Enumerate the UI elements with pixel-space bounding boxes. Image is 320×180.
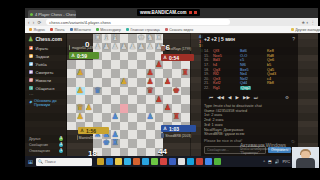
app-icon[interactable]	[115, 158, 122, 165]
square-r5c9[interactable]	[137, 69, 146, 78]
webcam-overlay	[292, 147, 319, 168]
square-r13c5[interactable]: ♚	[102, 139, 111, 148]
app-icon[interactable]	[124, 158, 131, 165]
square-r2c8[interactable]: ♟	[128, 43, 137, 52]
move-blue[interactable]: c5	[240, 58, 267, 62]
red-right-player-piece: ♜	[172, 113, 181, 122]
square-r2c5[interactable]: ♟	[102, 43, 111, 52]
square-r13c1	[67, 139, 76, 148]
square-r13c14	[181, 139, 190, 148]
square-r10c4[interactable]	[93, 113, 102, 122]
app-icon[interactable]	[178, 158, 185, 165]
square-r4c13[interactable]	[172, 60, 181, 69]
bookmark-favicon	[126, 28, 129, 31]
Задачи-icon: ◉	[29, 54, 33, 58]
square-r12c10[interactable]	[146, 130, 155, 139]
move-row: 21.Kxf2Qd4Rb8	[204, 81, 295, 86]
app-icon[interactable]	[160, 158, 167, 165]
browser-titlebar: 4 Player Chess - Chess.com www.BANDICAM.…	[25, 8, 318, 18]
square-r4c3[interactable]	[85, 60, 94, 69]
app-icon[interactable]	[142, 158, 149, 165]
bottom-player-clock: ♙ 1:03	[161, 125, 196, 132]
dead-gray-top-player-piece: ♟	[111, 43, 120, 52]
move-row: 16.Bd3c5Qe6	[204, 58, 295, 63]
square-r6c8[interactable]	[128, 78, 137, 87]
blue-bottom-player-piece: ♜	[111, 139, 120, 148]
Смотреть-icon: ▶	[29, 70, 33, 74]
move-blue[interactable]: Bxe5	[240, 68, 267, 72]
red-right-player-piece: ♟	[155, 95, 164, 104]
move-yellow[interactable]: Rb8	[267, 81, 294, 85]
square-r11c6[interactable]	[111, 122, 120, 131]
square-r10c13[interactable]: ♜	[172, 113, 181, 122]
url-text: chess.com/variants/4-player-chess	[49, 20, 111, 25]
move-red[interactable]: Rg1	[213, 86, 240, 90]
chat-log: Type /mute chat to deactivate chatGame #…	[204, 104, 295, 137]
square-r6c6[interactable]	[111, 78, 120, 87]
move-red[interactable]: Bd3	[213, 58, 240, 62]
move-row: 20.Qe3Nxf2c4	[204, 77, 295, 82]
square-r6c1[interactable]	[67, 78, 76, 87]
square-r5c3[interactable]	[85, 69, 94, 78]
move-row: 17.h4Nf6b5	[204, 63, 295, 68]
left-player-clock: ♙ 1:56	[78, 127, 109, 134]
move-nav-button[interactable]: ▶	[235, 95, 238, 100]
move-red[interactable]: Qe3	[213, 77, 240, 81]
square-r10c5[interactable]	[102, 113, 111, 122]
square-r5c11[interactable]	[155, 69, 164, 78]
browser-tab[interactable]: 4 Player Chess - Chess.com	[28, 10, 76, 18]
square-r6c7[interactable]: ♟	[120, 78, 129, 87]
bookmark-item[interactable]: Мессенджер	[96, 28, 121, 32]
move-blue[interactable]: O-O	[240, 54, 267, 58]
screen: 4 Player Chess - Chess.com www.BANDICAM.…	[0, 0, 320, 180]
square-r2c9[interactable]: ♟	[137, 43, 146, 52]
sidebar: ♟ Chess.com ♟Играть◉Задачи▣Учёба▶Смотрет…	[25, 33, 67, 157]
record-icon	[189, 11, 192, 14]
bottom-player-name[interactable]: ShvedBRB (2003)	[161, 133, 191, 138]
bookmark-item[interactable]: Почта	[50, 28, 64, 32]
square-r9c7[interactable]	[120, 104, 129, 113]
square-r7c13[interactable]: ♚	[172, 87, 181, 96]
chat-input[interactable]	[204, 146, 266, 154]
square-r5c6[interactable]	[111, 69, 120, 78]
red-right-player-piece: ♟	[163, 78, 172, 87]
bookmark-item[interactable]: Яндекс	[29, 28, 45, 32]
search-icon: 🔍	[38, 159, 43, 164]
sidebar-menu: ♟Играть◉Задачи▣Учёба▶Смотреть▤Новости◗Об…	[25, 44, 67, 92]
square-r8c11[interactable]: ♟	[155, 95, 164, 104]
square-r4c11[interactable]: ♟	[155, 60, 164, 69]
square-r11c9[interactable]	[137, 122, 146, 131]
Новости-icon: ▤	[29, 78, 33, 82]
taskbar-search[interactable]: 🔍 Поиск	[36, 158, 92, 166]
chesscom-logo[interactable]: ♟ Chess.com	[25, 34, 67, 44]
bookmarks-bar: ЯндексПочтаВКонтактеМессенджерГлавная ст…	[25, 26, 320, 33]
sidebar-item-задачи[interactable]: ◉Задачи	[25, 52, 67, 60]
move-yellow[interactable]: Qe6	[267, 58, 294, 62]
start-button[interactable]: ⊞	[28, 158, 33, 165]
move-row: 14.Qf3Bd6Ke8	[204, 49, 295, 54]
square-r3c8[interactable]	[128, 52, 137, 61]
square-r7c10[interactable]: ♛	[146, 87, 155, 96]
square-r1c13	[172, 34, 181, 43]
square-r10c8[interactable]	[128, 113, 137, 122]
square-r9c11[interactable]	[155, 104, 164, 113]
streamer-body	[296, 158, 315, 168]
square-r8c9[interactable]	[137, 95, 146, 104]
red-right-player-piece: ♚	[172, 87, 181, 96]
send-button[interactable]: Отправить	[268, 147, 291, 153]
app-icon[interactable]	[205, 158, 212, 165]
square-r4c8[interactable]	[128, 60, 137, 69]
square-r11c7[interactable]	[120, 122, 129, 131]
move-nav-button[interactable]: ⏮	[209, 95, 213, 100]
blue-bottom-player-piece: ♟	[111, 113, 120, 122]
square-r9c1[interactable]	[67, 104, 76, 113]
tab-favicon	[30, 13, 33, 16]
yellow-left-player-piece: ♟	[76, 87, 85, 96]
square-r7c11[interactable]	[155, 87, 164, 96]
square-r6c11[interactable]	[155, 78, 164, 87]
browser-nav-icons[interactable]: ‹ › ⟳	[28, 20, 42, 25]
square-r12c1	[67, 130, 76, 139]
gear-icon[interactable]: ⚙	[285, 95, 289, 100]
square-r4c6[interactable]	[111, 60, 120, 69]
page-content: ♟ Chess.com ♟Играть◉Задачи▣Учёба▶Смотрет…	[25, 33, 318, 156]
yellow-left-player-piece: ♟	[76, 113, 85, 122]
red-right-player-piece: ♜	[181, 69, 190, 78]
record-icon	[194, 11, 197, 14]
square-r10c1[interactable]	[67, 113, 76, 122]
move-number: 16.	[204, 58, 213, 62]
square-r4c12[interactable]	[163, 60, 172, 69]
badge: 5	[59, 137, 63, 141]
move-number: 21.	[204, 81, 213, 85]
move-red[interactable]: Qf3	[213, 49, 240, 53]
square-r9c14[interactable]	[181, 104, 190, 113]
blue-bottom-player-piece: ♟	[146, 113, 155, 122]
square-r9c8[interactable]	[128, 104, 137, 113]
square-r7c12[interactable]	[163, 87, 172, 96]
square-r5c1[interactable]	[67, 69, 76, 78]
app-icon[interactable]	[187, 158, 194, 165]
bandicam-watermark: www.BANDICAM.com	[137, 9, 200, 16]
dead-gray-top-player-piece: ♟	[120, 43, 129, 52]
square-r9c4[interactable]	[93, 104, 102, 113]
square-r2c6[interactable]: ♟	[111, 43, 120, 52]
dead-gray-top-player-piece: ♟	[102, 43, 111, 52]
diamond-icon: ◆	[29, 99, 32, 104]
app-icon[interactable]	[169, 158, 176, 165]
move-number: 20.	[204, 77, 213, 81]
taskbar: ⊞ 🔍 Поиск ^⬒🔊РУС	[25, 156, 318, 167]
sidebar-footer-оповещения[interactable]: Оповещения1	[25, 148, 67, 154]
square-r10c3[interactable]	[85, 113, 94, 122]
time-control-label: +2 +2 | 5 мин	[204, 36, 235, 42]
yellow-left-player-piece: ♟	[76, 69, 85, 78]
clock-pawn-icon: ♙	[163, 55, 167, 60]
square-r4c5[interactable]	[102, 60, 111, 69]
square-r9c5[interactable]	[102, 104, 111, 113]
move-red[interactable]: Rf2	[213, 72, 240, 76]
browser-window: 4 Player Chess - Chess.com www.BANDICAM.…	[25, 8, 318, 156]
square-r3c7[interactable]	[120, 52, 129, 61]
move-blue[interactable]: Nxf2	[240, 77, 267, 81]
tray-icon[interactable]: 🔊	[275, 159, 280, 164]
right-player-clock: ♙ 0:54	[161, 54, 194, 61]
blue-bottom-player-piece: ♛	[93, 87, 102, 96]
bookmark-favicon	[29, 28, 32, 31]
square-r3c9[interactable]	[137, 52, 146, 61]
addressbar-icons[interactable]: ★ ◐ ⋮	[301, 20, 315, 25]
square-r1c14	[181, 34, 190, 43]
avatar	[69, 45, 70, 50]
Общаться-icon: ◗	[29, 86, 33, 90]
square-r8c1[interactable]	[67, 95, 76, 104]
url-field[interactable]: chess.com/variants/4-player-chess	[46, 19, 230, 25]
app-icon[interactable]	[196, 158, 203, 165]
system-tray: ^⬒🔊РУС	[263, 159, 290, 164]
square-r10c11[interactable]	[155, 113, 164, 122]
move-blue[interactable]: Bd6	[240, 49, 267, 53]
square-r3c6[interactable]	[111, 52, 120, 61]
Играть-icon: ♟	[29, 46, 33, 50]
square-r7c9[interactable]	[137, 87, 146, 96]
right-player-score: 36	[161, 36, 170, 54]
square-r10c2[interactable]: ♟	[76, 113, 85, 122]
move-red[interactable]: Qg3	[213, 68, 240, 72]
square-r11c8[interactable]	[128, 122, 137, 131]
move-yellow[interactable]: Qd5	[267, 68, 294, 72]
square-r3c10[interactable]	[146, 52, 155, 61]
move-red[interactable]: Kxf2	[213, 81, 240, 85]
move-number: 17.	[204, 63, 213, 67]
red-right-player-piece: ♛	[146, 87, 155, 96]
Учёба-icon: ▣	[29, 62, 33, 66]
square-r8c8[interactable]	[128, 95, 137, 104]
move-row: 18.Qg3Bxe5Qd5	[204, 67, 295, 72]
square-r7c7[interactable]	[120, 87, 129, 96]
bookmark-item[interactable]: ВКонтакте	[70, 28, 91, 32]
square-r4c7[interactable]	[120, 60, 129, 69]
square-r10c12[interactable]	[163, 113, 172, 122]
square-r9c9[interactable]	[137, 104, 146, 113]
move-nav: ⏮◀◀◀▶▶▶⏭⚙	[209, 95, 289, 100]
sidebar-item-новости[interactable]: ▤Новости	[25, 76, 67, 84]
chat-notice: Please be nice in chat! ⓘ	[204, 139, 295, 144]
move-nav-button[interactable]: ▶▶	[243, 95, 250, 100]
square-r13c10[interactable]	[146, 139, 155, 148]
sidebar-footer: Друзья5Сообщения2Оповещения1	[25, 136, 67, 154]
square-r3c5[interactable]	[102, 52, 111, 61]
square-r11c10[interactable]	[146, 122, 155, 131]
app-icon[interactable]	[106, 158, 113, 165]
dead-gray-top-player-piece: ♟	[146, 43, 155, 52]
clock-pawn-icon: ♙	[163, 126, 167, 131]
move-nav-button[interactable]: ◀	[228, 95, 231, 100]
move-row: 19.Rf2Ne4Qxd3	[204, 72, 295, 77]
move-number: 22.	[204, 86, 213, 90]
move-number: 14.	[204, 49, 213, 53]
square-r7c5[interactable]	[102, 87, 111, 96]
tray-icon[interactable]: РУС	[282, 160, 290, 164]
move-blue[interactable]: Qxg2	[240, 86, 251, 90]
move-number: 19.	[204, 72, 213, 76]
square-r6c3[interactable]	[85, 78, 94, 87]
square-r8c10[interactable]	[146, 95, 155, 104]
dead-gray-top-player-piece: ♟	[137, 43, 146, 52]
move-red[interactable]: h4	[213, 63, 240, 67]
move-yellow[interactable]: Qxd3	[267, 72, 294, 76]
sidebar-item-общаться[interactable]: ◗Общаться	[25, 84, 67, 92]
right-player-name[interactable]: NicolRayn (1799)	[161, 46, 191, 51]
chat-line: ShvedBRB: удачи всем	[204, 132, 295, 137]
square-r9c12[interactable]: ♟	[163, 104, 172, 113]
square-r7c1[interactable]	[67, 87, 76, 96]
red-right-player-piece: ♟	[155, 60, 164, 69]
avatar	[161, 46, 165, 51]
chat-input-row: Отправить	[204, 146, 295, 154]
info-icon[interactable]: ⓘ	[291, 139, 295, 144]
square-r5c14[interactable]: ♜	[181, 69, 190, 78]
dead-gray-top-player-piece: ♟	[128, 43, 137, 52]
square-r4c4[interactable]	[93, 60, 102, 69]
square-r13c2	[76, 139, 85, 148]
bookmark-item[interactable]: Главная страница	[126, 28, 160, 32]
square-r13c8[interactable]	[128, 139, 137, 148]
square-r10c7[interactable]	[120, 113, 129, 122]
move-yellow[interactable]: Rd8	[267, 54, 294, 58]
move-list: 14.Qf3Bd6Ke815.Nxe5O-ORd816.Bd3c5Qe617.h…	[204, 49, 295, 90]
move-red[interactable]: Nxe5	[213, 54, 240, 58]
folder-icon	[291, 28, 294, 31]
top-player-name[interactable]: magpie64 (1488)	[69, 45, 96, 50]
square-r10c10[interactable]: ♟	[146, 113, 155, 122]
square-r12c8[interactable]	[128, 130, 137, 139]
move-nav-button[interactable]: ⏭	[254, 95, 258, 100]
square-r10c9[interactable]	[137, 113, 146, 122]
address-bar: ‹ › ⟳ chess.com/variants/4-player-chess …	[25, 18, 318, 26]
square-r7c14[interactable]	[181, 87, 190, 96]
bookmark-item[interactable]: Скачать видео	[165, 28, 193, 32]
move-blue[interactable]: Nf6	[240, 63, 267, 67]
square-r13c9[interactable]	[137, 139, 146, 148]
square-r10c6[interactable]: ♟	[111, 113, 120, 122]
square-r12c9[interactable]	[137, 130, 146, 139]
bookmark-favicon	[50, 28, 53, 31]
badge: 2	[59, 143, 63, 147]
square-r8c13[interactable]	[172, 95, 181, 104]
help-icon[interactable]: ?	[292, 36, 295, 42]
move-row: 15.Nxe5O-ORd8	[204, 54, 295, 59]
left-player-name[interactable]: Maestro55 (1742)	[77, 135, 104, 140]
square-r2c10[interactable]: ♟	[146, 43, 155, 52]
sidebar-item-смотреть[interactable]: ▶Смотреть	[25, 68, 67, 76]
avatar	[161, 133, 164, 138]
square-r8c5[interactable]	[102, 95, 111, 104]
square-r5c5[interactable]	[102, 69, 111, 78]
badge: 1	[59, 149, 63, 153]
tray-icon[interactable]: ^	[263, 160, 265, 164]
move-yellow[interactable]: c4	[267, 77, 294, 81]
clock-pawn-icon: ♙	[71, 53, 75, 58]
square-r6c12[interactable]: ♟	[163, 78, 172, 87]
square-r13c6[interactable]: ♜	[111, 139, 120, 148]
move-nav-button[interactable]: ◀◀	[217, 95, 224, 100]
square-r8c14[interactable]	[181, 95, 190, 104]
bandicam-text: www.BANDICAM.com	[140, 10, 187, 15]
yellow-left-player-piece: ♟	[85, 104, 94, 113]
square-r7c4[interactable]: ♛	[93, 87, 102, 96]
upgrade-label: Обновить до Премиум	[34, 99, 63, 107]
square-r11c1[interactable]	[67, 122, 76, 131]
pawn-logo-icon: ♟	[28, 36, 33, 42]
top-player-clock: ♙ 0:59	[69, 52, 99, 59]
square-r13c7[interactable]	[120, 139, 129, 148]
square-r5c4[interactable]	[93, 69, 102, 78]
yellow-left-player-piece: ♟	[120, 78, 129, 87]
app-icon[interactable]	[151, 158, 158, 165]
move-blue[interactable]: Qd4	[240, 81, 267, 85]
square-r2c7[interactable]: ♟	[120, 43, 129, 52]
app-icon[interactable]	[214, 158, 221, 165]
square-r5c8[interactable]	[128, 69, 137, 78]
square-r7c6[interactable]	[111, 87, 120, 96]
square-r8c4[interactable]	[93, 95, 102, 104]
square-r7c3[interactable]	[85, 87, 94, 96]
tray-icon[interactable]: ⬒	[268, 159, 272, 164]
game-panel: +2 +2 | 5 мин ? 14.Qf3Bd6Ke815.Nxe5O-ORd…	[201, 34, 298, 156]
bookmark-favicon	[165, 28, 168, 31]
app-icon[interactable]	[97, 158, 104, 165]
square-r4c9[interactable]	[137, 60, 146, 69]
square-r6c5[interactable]	[102, 78, 111, 87]
move-number: 18.	[204, 68, 213, 72]
move-blue[interactable]: Ne4	[240, 72, 267, 76]
bookmark-favicon	[96, 28, 99, 31]
square-r5c13[interactable]	[172, 69, 181, 78]
red-right-player-piece: ♟	[163, 104, 172, 113]
other-bookmarks[interactable]: Другие закладки	[291, 28, 320, 32]
square-r1c2	[76, 34, 85, 43]
sidebar-item-играть[interactable]: ♟Играть	[25, 44, 67, 52]
move-number: 15.	[204, 54, 213, 58]
bookmark-favicon	[70, 28, 73, 31]
square-r9c3[interactable]: ♟	[85, 104, 94, 113]
square-r4c1[interactable]	[67, 60, 76, 69]
move-yellow[interactable]: Ke8	[267, 49, 294, 53]
sidebar-item-учёба[interactable]: ▣Учёба	[25, 60, 67, 68]
square-r7c8[interactable]	[128, 87, 137, 96]
square-r12c7[interactable]	[120, 130, 129, 139]
sidebar-upgrade[interactable]: ◆ Обновить до Премиум	[25, 97, 67, 109]
square-r8c6[interactable]	[111, 95, 120, 104]
square-r10c14[interactable]	[181, 113, 190, 122]
blue-bottom-player-piece: ♚	[102, 139, 111, 148]
app-icon[interactable]	[133, 158, 140, 165]
square-r6c14[interactable]	[181, 78, 190, 87]
logo-text: Chess.com	[35, 36, 62, 42]
taskbar-apps	[97, 158, 221, 165]
move-row: 22.Rg1Qxg2	[204, 86, 295, 91]
square-r6c9[interactable]	[137, 78, 146, 87]
square-r8c7[interactable]	[120, 95, 129, 104]
square-r7c2[interactable]: ♟	[76, 87, 85, 96]
square-r5c2[interactable]: ♟	[76, 69, 85, 78]
move-yellow[interactable]: b5	[267, 63, 294, 67]
square-r1c1	[67, 34, 76, 43]
